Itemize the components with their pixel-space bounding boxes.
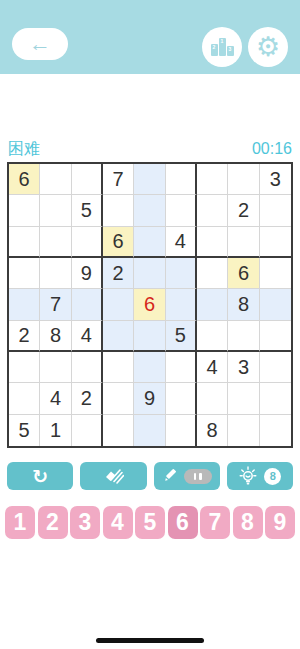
- cell-r1c5[interactable]: [134, 164, 165, 195]
- settings-button[interactable]: ⚙: [248, 27, 288, 67]
- cell-r3c1[interactable]: [9, 227, 40, 258]
- cell-r9c2[interactable]: 1: [40, 415, 71, 446]
- cell-r2c9[interactable]: [260, 195, 291, 226]
- cell-r6c9[interactable]: [260, 321, 291, 352]
- cell-r6c1[interactable]: 2: [9, 321, 40, 352]
- sudoku-board: 6735264926768284543429518: [7, 162, 293, 448]
- cell-r6c3[interactable]: 4: [72, 321, 103, 352]
- cell-r7c7[interactable]: 4: [197, 352, 228, 383]
- top-bar: ← 2 1 3 ⚙: [0, 0, 300, 74]
- cell-r8c7[interactable]: [197, 383, 228, 414]
- cell-r5c5[interactable]: 6: [134, 289, 165, 320]
- cell-r6c6[interactable]: 5: [166, 321, 197, 352]
- num-button-9[interactable]: 9: [265, 506, 295, 539]
- cell-r1c8[interactable]: [228, 164, 259, 195]
- num-button-8[interactable]: 8: [233, 506, 263, 539]
- cell-r4c2[interactable]: [40, 258, 71, 289]
- cell-r5c9[interactable]: [260, 289, 291, 320]
- pencil-icon: [162, 468, 178, 484]
- cell-r8c9[interactable]: [260, 383, 291, 414]
- cell-r9c4[interactable]: [103, 415, 134, 446]
- cell-r7c3[interactable]: [72, 352, 103, 383]
- hint-button[interactable]: 8: [227, 462, 293, 490]
- cell-r6c8[interactable]: [228, 321, 259, 352]
- cell-r8c5[interactable]: 9: [134, 383, 165, 414]
- cell-r3c3[interactable]: [72, 227, 103, 258]
- cell-r9c1[interactable]: 5: [9, 415, 40, 446]
- cell-r4c8[interactable]: 6: [228, 258, 259, 289]
- num-button-6[interactable]: 6: [168, 506, 198, 539]
- cell-r7c9[interactable]: [260, 352, 291, 383]
- num-button-7[interactable]: 7: [200, 506, 230, 539]
- cell-r9c9[interactable]: [260, 415, 291, 446]
- cell-r2c4[interactable]: [103, 195, 134, 226]
- num-button-5[interactable]: 5: [135, 506, 165, 539]
- cell-r6c2[interactable]: 8: [40, 321, 71, 352]
- cell-r8c3[interactable]: 2: [72, 383, 103, 414]
- cell-r6c7[interactable]: [197, 321, 228, 352]
- cell-r3c9[interactable]: [260, 227, 291, 258]
- cell-r9c5[interactable]: [134, 415, 165, 446]
- cell-r1c9[interactable]: 3: [260, 164, 291, 195]
- cell-r9c6[interactable]: [166, 415, 197, 446]
- cell-r5c8[interactable]: 8: [228, 289, 259, 320]
- refresh-icon: ↻: [32, 467, 48, 486]
- cell-r8c6[interactable]: [166, 383, 197, 414]
- cell-r5c4[interactable]: [103, 289, 134, 320]
- eraser-button[interactable]: [80, 462, 146, 490]
- cell-r8c2[interactable]: 4: [40, 383, 71, 414]
- podium-icon: 2 1 3: [211, 38, 234, 56]
- leaderboard-button[interactable]: 2 1 3: [202, 27, 242, 67]
- cell-r5c7[interactable]: [197, 289, 228, 320]
- cell-r4c7[interactable]: [197, 258, 228, 289]
- cell-r4c6[interactable]: [166, 258, 197, 289]
- number-pad: 1 2 3 4 5 6 7 8 9: [5, 506, 295, 539]
- timer: 00:16: [252, 140, 292, 158]
- cell-r9c3[interactable]: [72, 415, 103, 446]
- pencil-mode-button[interactable]: [154, 462, 220, 490]
- cell-r1c7[interactable]: [197, 164, 228, 195]
- cell-r9c8[interactable]: [228, 415, 259, 446]
- cell-r5c2[interactable]: 7: [40, 289, 71, 320]
- cell-r4c5[interactable]: [134, 258, 165, 289]
- cell-r8c8[interactable]: [228, 383, 259, 414]
- lightbulb-icon: [238, 466, 258, 486]
- cell-r3c8[interactable]: [228, 227, 259, 258]
- cell-r4c3[interactable]: 9: [72, 258, 103, 289]
- cell-r4c9[interactable]: [260, 258, 291, 289]
- num-button-1[interactable]: 1: [5, 506, 35, 539]
- cell-r8c4[interactable]: [103, 383, 134, 414]
- cell-r9c7[interactable]: 8: [197, 415, 228, 446]
- cell-r3c5[interactable]: [134, 227, 165, 258]
- cell-r1c1[interactable]: 6: [9, 164, 40, 195]
- num-button-4[interactable]: 4: [103, 506, 133, 539]
- cell-r7c4[interactable]: [103, 352, 134, 383]
- cell-r2c6[interactable]: [166, 195, 197, 226]
- cell-r2c1[interactable]: [9, 195, 40, 226]
- cell-r2c3[interactable]: 5: [72, 195, 103, 226]
- status-row: 困难 00:16: [8, 139, 292, 159]
- difficulty-label: 困难: [8, 139, 40, 160]
- cell-r3c6[interactable]: 4: [166, 227, 197, 258]
- cell-r5c3[interactable]: [72, 289, 103, 320]
- cell-r1c4[interactable]: 7: [103, 164, 134, 195]
- cell-r5c1[interactable]: [9, 289, 40, 320]
- restart-button[interactable]: ↻: [7, 462, 73, 490]
- cell-r2c2[interactable]: [40, 195, 71, 226]
- cell-r4c1[interactable]: [9, 258, 40, 289]
- back-arrow-icon: ←: [29, 33, 51, 55]
- eraser-icon: [102, 467, 124, 485]
- hint-count-badge: 8: [264, 468, 281, 485]
- cell-r6c4[interactable]: [103, 321, 134, 352]
- cell-r1c6[interactable]: [166, 164, 197, 195]
- cell-r6c5[interactable]: [134, 321, 165, 352]
- cell-r8c1[interactable]: [9, 383, 40, 414]
- cell-r4c4[interactable]: 2: [103, 258, 134, 289]
- home-indicator[interactable]: [96, 638, 204, 643]
- cell-r7c5[interactable]: [134, 352, 165, 383]
- cell-r7c2[interactable]: [40, 352, 71, 383]
- toolbar: ↻: [7, 462, 293, 490]
- cell-r2c7[interactable]: [197, 195, 228, 226]
- cell-r5c6[interactable]: [166, 289, 197, 320]
- cell-r2c5[interactable]: [134, 195, 165, 226]
- cell-r2c8[interactable]: 2: [228, 195, 259, 226]
- back-button[interactable]: ←: [12, 28, 68, 60]
- pencil-toggle[interactable]: [184, 469, 212, 484]
- cell-r1c2[interactable]: [40, 164, 71, 195]
- cell-r7c8[interactable]: 3: [228, 352, 259, 383]
- num-button-2[interactable]: 2: [38, 506, 68, 539]
- num-button-3[interactable]: 3: [70, 506, 100, 539]
- cell-r1c3[interactable]: [72, 164, 103, 195]
- gear-icon: ⚙: [256, 34, 280, 61]
- cell-r7c6[interactable]: [166, 352, 197, 383]
- cell-r3c7[interactable]: [197, 227, 228, 258]
- cell-r3c4[interactable]: 6: [103, 227, 134, 258]
- cell-r3c2[interactable]: [40, 227, 71, 258]
- cell-r7c1[interactable]: [9, 352, 40, 383]
